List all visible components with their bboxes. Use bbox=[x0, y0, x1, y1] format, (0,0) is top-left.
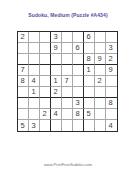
sudoku-cell-r9c7 bbox=[84, 120, 95, 131]
sudoku-cell-r3c3 bbox=[40, 54, 51, 65]
sudoku-cell-r7c9: 8 bbox=[106, 98, 117, 109]
sudoku-cell-r4c8 bbox=[95, 65, 106, 76]
sudoku-cell-r8c8 bbox=[95, 109, 106, 120]
sudoku-cell-r5c5: 7 bbox=[62, 76, 73, 87]
sudoku-cell-r2c7 bbox=[84, 43, 95, 54]
sudoku-cell-r5c6 bbox=[73, 76, 84, 87]
sudoku-cell-r8c7: 5 bbox=[84, 109, 95, 120]
sudoku-cell-r9c8 bbox=[95, 120, 106, 131]
sudoku-cell-r1c7: 6 bbox=[84, 32, 95, 43]
sudoku-cell-r4c6 bbox=[73, 65, 84, 76]
sudoku-cell-r7c2 bbox=[29, 98, 40, 109]
sudoku-cell-r5c8: 2 bbox=[95, 76, 106, 87]
sudoku-cell-r6c2: 1 bbox=[29, 87, 40, 98]
sudoku-cell-r5c9 bbox=[106, 76, 117, 87]
sudoku-cell-r7c4 bbox=[51, 98, 62, 109]
sudoku-cell-r1c6 bbox=[73, 32, 84, 43]
sudoku-cell-r5c7 bbox=[84, 76, 95, 87]
sudoku-cell-r2c1 bbox=[18, 43, 29, 54]
sudoku-cell-r3c1 bbox=[18, 54, 29, 65]
sudoku-board: 2369638927198417212382485534 bbox=[17, 31, 118, 132]
printable-sudoku-page: Sudoku, Medium (Puzzle #A434) 2369638927… bbox=[0, 0, 136, 176]
sudoku-cell-r7c7 bbox=[84, 98, 95, 109]
sudoku-cell-r2c3 bbox=[40, 43, 51, 54]
sudoku-cell-r6c3 bbox=[40, 87, 51, 98]
sudoku-cell-r8c9 bbox=[106, 109, 117, 120]
sudoku-cell-r6c1 bbox=[18, 87, 29, 98]
sudoku-cell-r6c8 bbox=[95, 87, 106, 98]
sudoku-cell-r8c6: 8 bbox=[73, 109, 84, 120]
sudoku-cell-r3c5 bbox=[62, 54, 73, 65]
sudoku-cell-r2c8 bbox=[95, 43, 106, 54]
sudoku-cell-r9c1: 5 bbox=[18, 120, 29, 131]
sudoku-cell-r2c9: 3 bbox=[106, 43, 117, 54]
sudoku-cell-r6c7 bbox=[84, 87, 95, 98]
sudoku-cell-r4c4 bbox=[51, 65, 62, 76]
sudoku-cell-r7c5 bbox=[62, 98, 73, 109]
sudoku-cell-r3c7: 8 bbox=[84, 54, 95, 65]
sudoku-cell-r4c2 bbox=[29, 65, 40, 76]
sudoku-cell-r6c6 bbox=[73, 87, 84, 98]
sudoku-cell-r4c1: 7 bbox=[18, 65, 29, 76]
sudoku-cell-r8c3: 2 bbox=[40, 109, 51, 120]
sudoku-cell-r1c5 bbox=[62, 32, 73, 43]
sudoku-cell-r7c6: 3 bbox=[73, 98, 84, 109]
sudoku-cell-r6c9 bbox=[106, 87, 117, 98]
sudoku-cell-r1c3 bbox=[40, 32, 51, 43]
sudoku-cell-r5c4: 1 bbox=[51, 76, 62, 87]
sudoku-cell-r8c5 bbox=[62, 109, 73, 120]
sudoku-cell-r7c1 bbox=[18, 98, 29, 109]
sudoku-cell-r2c5 bbox=[62, 43, 73, 54]
sudoku-cell-r7c8 bbox=[95, 98, 106, 109]
sudoku-cell-r4c9: 9 bbox=[106, 65, 117, 76]
sudoku-cell-r2c4: 9 bbox=[51, 43, 62, 54]
sudoku-cell-r4c7: 1 bbox=[84, 65, 95, 76]
sudoku-cell-r6c4: 2 bbox=[51, 87, 62, 98]
sudoku-cell-r4c5 bbox=[62, 65, 73, 76]
sudoku-cell-r9c2: 3 bbox=[29, 120, 40, 131]
sudoku-cell-r9c9: 4 bbox=[106, 120, 117, 131]
sudoku-cell-r5c2: 4 bbox=[29, 76, 40, 87]
footer-url: www.PrintFreeSudoku.com bbox=[0, 162, 136, 167]
sudoku-cell-r5c3 bbox=[40, 76, 51, 87]
sudoku-cell-r9c4 bbox=[51, 120, 62, 131]
sudoku-cell-r1c2 bbox=[29, 32, 40, 43]
sudoku-cell-r1c1: 2 bbox=[18, 32, 29, 43]
sudoku-cell-r3c9: 2 bbox=[106, 54, 117, 65]
sudoku-cell-r1c9 bbox=[106, 32, 117, 43]
sudoku-cell-r1c8 bbox=[95, 32, 106, 43]
page-title: Sudoku, Medium (Puzzle #A434) bbox=[0, 12, 136, 18]
sudoku-cell-r7c3 bbox=[40, 98, 51, 109]
sudoku-cell-r2c6: 6 bbox=[73, 43, 84, 54]
sudoku-cell-r3c4 bbox=[51, 54, 62, 65]
sudoku-cell-r1c4: 3 bbox=[51, 32, 62, 43]
sudoku-cell-r5c1: 8 bbox=[18, 76, 29, 87]
sudoku-cell-r8c4: 4 bbox=[51, 109, 62, 120]
sudoku-cell-r3c8: 9 bbox=[95, 54, 106, 65]
sudoku-cell-r9c5 bbox=[62, 120, 73, 131]
sudoku-cell-r3c2 bbox=[29, 54, 40, 65]
sudoku-cell-r3c6 bbox=[73, 54, 84, 65]
sudoku-cell-r8c1 bbox=[18, 109, 29, 120]
sudoku-cell-r6c5 bbox=[62, 87, 73, 98]
sudoku-cell-r4c3 bbox=[40, 65, 51, 76]
sudoku-cell-r9c6 bbox=[73, 120, 84, 131]
sudoku-cell-r2c2 bbox=[29, 43, 40, 54]
sudoku-cell-r9c3 bbox=[40, 120, 51, 131]
sudoku-cell-r8c2 bbox=[29, 109, 40, 120]
